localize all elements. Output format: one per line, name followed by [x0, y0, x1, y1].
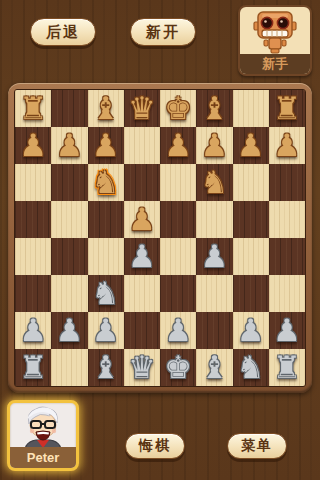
square-e2[interactable]: ♟: [160, 312, 196, 349]
piece-white-knight-g1[interactable]: ♞: [237, 352, 265, 383]
square-f7[interactable]: ♟: [196, 127, 232, 164]
square-b8[interactable]: [51, 90, 87, 127]
square-h3[interactable]: [269, 275, 305, 312]
square-h7[interactable]: ♟: [269, 127, 305, 164]
piece-white-knight-c3[interactable]: ♞: [92, 278, 120, 309]
piece-white-rook-a1[interactable]: ♜: [19, 352, 47, 383]
robot-avatar-icon: [252, 10, 298, 56]
square-b3[interactable]: [51, 275, 87, 312]
piece-black-bishop-c8[interactable]: ♝: [92, 93, 120, 124]
square-f4[interactable]: ♟: [196, 238, 232, 275]
square-e1[interactable]: ♚: [160, 349, 196, 386]
piece-black-pawn-h7[interactable]: ♟: [273, 130, 301, 161]
piece-white-pawn-e2[interactable]: ♟: [164, 315, 192, 346]
piece-white-rook-h1[interactable]: ♜: [273, 352, 301, 383]
square-a2[interactable]: ♟: [15, 312, 51, 349]
square-g1[interactable]: ♞: [233, 349, 269, 386]
chess-board[interactable]: ♜♝♛♚♝♜♟♟♟♟♟♟♟♞♞♟♟♟♞♟♟♟♟♟♟♜♝♛♚♝♞♜: [14, 89, 306, 387]
square-d8[interactable]: ♛: [124, 90, 160, 127]
square-g2[interactable]: ♟: [233, 312, 269, 349]
square-c1[interactable]: ♝: [88, 349, 124, 386]
square-g6[interactable]: [233, 164, 269, 201]
player-card[interactable]: Peter: [7, 400, 79, 471]
square-b5[interactable]: [51, 201, 87, 238]
square-e7[interactable]: ♟: [160, 127, 196, 164]
square-a3[interactable]: [15, 275, 51, 312]
square-h6[interactable]: [269, 164, 305, 201]
piece-white-pawn-f4[interactable]: ♟: [200, 241, 228, 272]
piece-black-king-e8[interactable]: ♚: [164, 93, 192, 124]
square-h5[interactable]: [269, 201, 305, 238]
square-e6[interactable]: [160, 164, 196, 201]
piece-black-pawn-g7[interactable]: ♟: [237, 130, 265, 161]
square-g4[interactable]: [233, 238, 269, 275]
square-h2[interactable]: ♟: [269, 312, 305, 349]
square-h4[interactable]: [269, 238, 305, 275]
square-b4[interactable]: [51, 238, 87, 275]
piece-black-queen-d8[interactable]: ♛: [128, 93, 156, 124]
chess-board-frame: ♜♝♛♚♝♜♟♟♟♟♟♟♟♞♞♟♟♟♞♟♟♟♟♟♟♜♝♛♚♝♞♜: [8, 83, 312, 393]
piece-white-bishop-c1[interactable]: ♝: [92, 352, 120, 383]
piece-black-pawn-c7[interactable]: ♟: [92, 130, 120, 161]
piece-black-rook-a8[interactable]: ♜: [19, 93, 47, 124]
undo-move-button[interactable]: 悔棋: [125, 433, 185, 459]
square-b2[interactable]: ♟: [51, 312, 87, 349]
square-h8[interactable]: ♜: [269, 90, 305, 127]
square-e3[interactable]: [160, 275, 196, 312]
piece-white-pawn-a2[interactable]: ♟: [19, 315, 47, 346]
square-d3[interactable]: [124, 275, 160, 312]
player-name-label: Peter: [10, 447, 76, 468]
square-c6[interactable]: ♞: [88, 164, 124, 201]
square-c4[interactable]: [88, 238, 124, 275]
square-f1[interactable]: ♝: [196, 349, 232, 386]
square-f8[interactable]: ♝: [196, 90, 232, 127]
square-f3[interactable]: [196, 275, 232, 312]
square-f2[interactable]: [196, 312, 232, 349]
square-g7[interactable]: ♟: [233, 127, 269, 164]
square-c3[interactable]: ♞: [88, 275, 124, 312]
square-a7[interactable]: ♟: [15, 127, 51, 164]
piece-white-pawn-h2[interactable]: ♟: [273, 315, 301, 346]
square-d6[interactable]: [124, 164, 160, 201]
square-f6[interactable]: ♞: [196, 164, 232, 201]
square-d7[interactable]: [124, 127, 160, 164]
square-a8[interactable]: ♜: [15, 90, 51, 127]
square-c2[interactable]: ♟: [88, 312, 124, 349]
square-d4[interactable]: ♟: [124, 238, 160, 275]
square-h1[interactable]: ♜: [269, 349, 305, 386]
piece-white-queen-d1[interactable]: ♛: [128, 352, 156, 383]
opponent-name-label: 新手: [240, 54, 310, 74]
square-e5[interactable]: [160, 201, 196, 238]
piece-black-pawn-b7[interactable]: ♟: [55, 130, 83, 161]
square-g8[interactable]: [233, 90, 269, 127]
square-g3[interactable]: [233, 275, 269, 312]
opponent-card[interactable]: 新手: [238, 5, 312, 76]
square-e8[interactable]: ♚: [160, 90, 196, 127]
piece-black-pawn-d5[interactable]: ♟: [128, 204, 156, 235]
square-a4[interactable]: [15, 238, 51, 275]
menu-button[interactable]: 菜单: [227, 433, 287, 459]
piece-black-pawn-a7[interactable]: ♟: [19, 130, 47, 161]
square-f5[interactable]: [196, 201, 232, 238]
square-b6[interactable]: [51, 164, 87, 201]
square-d1[interactable]: ♛: [124, 349, 160, 386]
piece-black-knight-c6[interactable]: ♞: [92, 167, 120, 198]
square-b1[interactable]: [51, 349, 87, 386]
piece-white-bishop-f1[interactable]: ♝: [200, 352, 228, 383]
square-e4[interactable]: [160, 238, 196, 275]
square-a6[interactable]: [15, 164, 51, 201]
square-c5[interactable]: [88, 201, 124, 238]
square-d2[interactable]: [124, 312, 160, 349]
piece-black-pawn-e7[interactable]: ♟: [164, 130, 192, 161]
square-b7[interactable]: ♟: [51, 127, 87, 164]
piece-white-pawn-b2[interactable]: ♟: [55, 315, 83, 346]
square-a5[interactable]: [15, 201, 51, 238]
piece-black-bishop-f8[interactable]: ♝: [200, 93, 228, 124]
piece-white-king-e1[interactable]: ♚: [164, 352, 192, 383]
piece-white-pawn-d4[interactable]: ♟: [128, 241, 156, 272]
square-c8[interactable]: ♝: [88, 90, 124, 127]
piece-black-pawn-f7[interactable]: ♟: [200, 130, 228, 161]
square-g5[interactable]: [233, 201, 269, 238]
square-d5[interactable]: ♟: [124, 201, 160, 238]
back-button[interactable]: 后退: [30, 18, 96, 46]
new-game-button[interactable]: 新开: [130, 18, 196, 46]
piece-black-rook-h8[interactable]: ♜: [273, 93, 301, 124]
piece-white-pawn-c2[interactable]: ♟: [92, 315, 120, 346]
piece-black-knight-f6[interactable]: ♞: [200, 167, 228, 198]
piece-white-pawn-g2[interactable]: ♟: [237, 315, 265, 346]
square-a1[interactable]: ♜: [15, 349, 51, 386]
square-c7[interactable]: ♟: [88, 127, 124, 164]
